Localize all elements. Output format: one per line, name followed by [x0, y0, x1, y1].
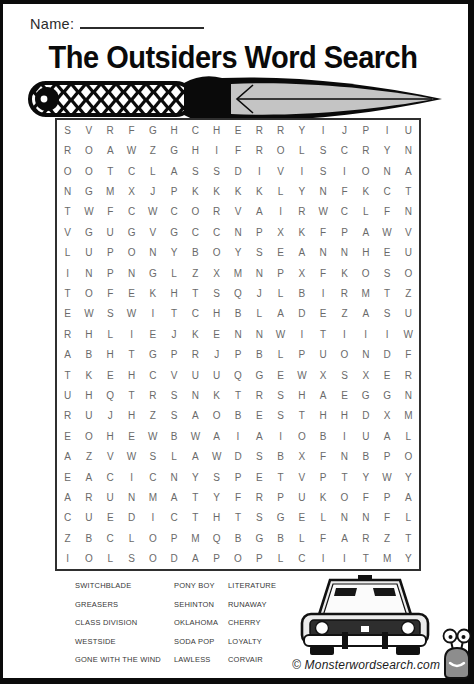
grid-cell[interactable]: B [185, 242, 206, 262]
grid-cell[interactable]: Y [227, 242, 248, 262]
grid-cell[interactable]: T [313, 324, 334, 344]
grid-cell[interactable]: O [57, 161, 78, 181]
grid-cell[interactable]: F [313, 263, 334, 283]
grid-cell[interactable]: Q [227, 365, 248, 385]
grid-cell[interactable]: D [227, 161, 248, 181]
grid-cell[interactable]: N [355, 508, 376, 528]
grid-cell[interactable]: T [398, 181, 419, 201]
grid-cell[interactable]: N [121, 263, 142, 283]
grid-cell[interactable]: U [291, 487, 312, 507]
grid-cell[interactable]: I [355, 324, 376, 344]
grid-cell[interactable]: B [227, 406, 248, 426]
grid-cell[interactable]: C [163, 508, 184, 528]
grid-cell[interactable]: H [206, 120, 227, 140]
grid-cell[interactable]: G [78, 222, 99, 242]
grid-cell[interactable]: C [185, 120, 206, 140]
grid-cell[interactable]: B [227, 304, 248, 324]
grid-cell[interactable]: C [376, 181, 397, 201]
grid-cell[interactable]: H [163, 283, 184, 303]
grid-cell[interactable]: R [57, 140, 78, 160]
grid-cell[interactable]: R [355, 528, 376, 548]
grid-cell[interactable]: C [334, 140, 355, 160]
grid-cell[interactable]: Y [291, 181, 312, 201]
grid-cell[interactable]: O [291, 426, 312, 446]
grid-cell[interactable]: O [355, 263, 376, 283]
grid-cell[interactable]: O [206, 242, 227, 262]
grid-cell[interactable]: P [376, 487, 397, 507]
grid-cell[interactable]: W [270, 324, 291, 344]
grid-cell[interactable]: S [249, 447, 270, 467]
grid-cell[interactable]: G [78, 181, 99, 201]
grid-cell[interactable]: B [270, 447, 291, 467]
grid-cell[interactable]: P [270, 263, 291, 283]
grid-cell[interactable]: G [270, 508, 291, 528]
grid-cell[interactable]: U [100, 487, 121, 507]
grid-cell[interactable]: V [270, 161, 291, 181]
grid-cell[interactable]: F [376, 202, 397, 222]
grid-cell[interactable]: E [249, 467, 270, 487]
grid-cell[interactable]: W [376, 222, 397, 242]
grid-cell[interactable]: D [227, 447, 248, 467]
grid-cell[interactable]: T [121, 344, 142, 364]
grid-cell[interactable]: F [334, 181, 355, 201]
grid-cell[interactable]: J [334, 120, 355, 140]
grid-cell[interactable]: K [185, 324, 206, 344]
grid-cell[interactable]: L [270, 344, 291, 364]
grid-cell[interactable]: R [57, 406, 78, 426]
grid-cell[interactable]: L [163, 263, 184, 283]
grid-cell[interactable]: H [206, 508, 227, 528]
grid-cell[interactable]: O [334, 344, 355, 364]
grid-cell[interactable]: J [100, 406, 121, 426]
grid-cell[interactable]: I [270, 426, 291, 446]
grid-cell[interactable]: E [206, 324, 227, 344]
grid-cell[interactable]: F [227, 487, 248, 507]
grid-cell[interactable]: Q [227, 283, 248, 303]
grid-cell[interactable]: K [355, 181, 376, 201]
grid-cell[interactable]: B [163, 426, 184, 446]
grid-cell[interactable]: F [227, 140, 248, 160]
grid-cell[interactable]: N [227, 324, 248, 344]
grid-cell[interactable]: N [355, 344, 376, 364]
grid-cell[interactable]: N [313, 181, 334, 201]
grid-cell[interactable]: B [313, 426, 334, 446]
grid-cell[interactable]: U [78, 242, 99, 262]
grid-cell[interactable]: E [57, 304, 78, 324]
grid-cell[interactable]: F [313, 447, 334, 467]
grid-cell[interactable]: U [78, 508, 99, 528]
grid-cell[interactable]: D [376, 344, 397, 364]
grid-cell[interactable]: R [206, 202, 227, 222]
grid-cell[interactable]: W [185, 426, 206, 446]
grid-cell[interactable]: X [376, 406, 397, 426]
grid-cell[interactable]: S [206, 161, 227, 181]
grid-cell[interactable]: H [100, 344, 121, 364]
grid-cell[interactable]: T [185, 508, 206, 528]
grid-cell[interactable]: Z [142, 140, 163, 160]
grid-cell[interactable]: R [249, 120, 270, 140]
grid-cell[interactable]: E [249, 406, 270, 426]
grid-cell[interactable]: T [57, 365, 78, 385]
grid-cell[interactable]: Q [100, 385, 121, 405]
grid-cell[interactable]: H [185, 140, 206, 160]
grid-cell[interactable]: G [249, 528, 270, 548]
grid-cell[interactable]: S [206, 467, 227, 487]
grid-cell[interactable]: I [334, 324, 355, 344]
grid-cell[interactable]: L [142, 161, 163, 181]
grid-cell[interactable]: S [57, 120, 78, 140]
grid-cell[interactable]: W [313, 202, 334, 222]
grid-cell[interactable]: Z [142, 406, 163, 426]
grid-cell[interactable]: C [185, 304, 206, 324]
grid-cell[interactable]: X [313, 365, 334, 385]
grid-cell[interactable]: C [142, 467, 163, 487]
grid-cell[interactable]: T [334, 467, 355, 487]
grid-cell[interactable]: A [398, 161, 419, 181]
grid-cell[interactable]: K [313, 487, 334, 507]
grid-cell[interactable]: I [291, 324, 312, 344]
grid-cell[interactable]: A [57, 344, 78, 364]
grid-cell[interactable]: S [334, 365, 355, 385]
grid-cell[interactable]: O [227, 549, 248, 569]
grid-cell[interactable]: Z [398, 283, 419, 303]
grid-cell[interactable]: E [227, 120, 248, 140]
grid-cell[interactable]: O [398, 447, 419, 467]
grid-cell[interactable]: X [291, 263, 312, 283]
grid-cell[interactable]: R [398, 365, 419, 385]
grid-cell[interactable]: B [270, 528, 291, 548]
grid-cell[interactable]: B [78, 344, 99, 364]
grid-cell[interactable]: H [291, 385, 312, 405]
grid-cell[interactable]: A [398, 487, 419, 507]
grid-cell[interactable]: U [206, 365, 227, 385]
grid-cell[interactable]: J [142, 181, 163, 201]
grid-cell[interactable]: I [313, 120, 334, 140]
grid-cell[interactable]: F [100, 202, 121, 222]
grid-cell[interactable]: P [249, 549, 270, 569]
grid-cell[interactable]: H [355, 242, 376, 262]
grid-cell[interactable]: C [334, 202, 355, 222]
grid-cell[interactable]: P [163, 528, 184, 548]
grid-cell[interactable]: L [270, 181, 291, 201]
grid-cell[interactable]: A [206, 426, 227, 446]
grid-cell[interactable]: W [78, 304, 99, 324]
grid-cell[interactable]: L [121, 528, 142, 548]
grid-cell[interactable]: X [355, 365, 376, 385]
grid-cell[interactable]: K [142, 283, 163, 303]
grid-cell[interactable]: I [142, 304, 163, 324]
grid-cell[interactable]: O [78, 549, 99, 569]
grid-cell[interactable]: U [398, 120, 419, 140]
name-field[interactable] [80, 14, 204, 29]
grid-cell[interactable]: P [249, 222, 270, 242]
grid-cell[interactable]: L [100, 324, 121, 344]
grid-cell[interactable]: G [142, 120, 163, 140]
grid-cell[interactable]: P [270, 487, 291, 507]
grid-cell[interactable]: T [163, 304, 184, 324]
grid-cell[interactable]: O [334, 487, 355, 507]
grid-cell[interactable]: U [398, 242, 419, 262]
grid-cell[interactable]: W [206, 447, 227, 467]
grid-cell[interactable]: O [355, 161, 376, 181]
grid-cell[interactable]: C [163, 202, 184, 222]
grid-cell[interactable]: L [398, 508, 419, 528]
grid-cell[interactable]: C [206, 222, 227, 242]
grid-cell[interactable]: E [313, 304, 334, 324]
grid-cell[interactable]: O [78, 140, 99, 160]
grid-cell[interactable]: G [121, 222, 142, 242]
grid-cell[interactable]: O [206, 406, 227, 426]
grid-cell[interactable]: R [249, 140, 270, 160]
grid-cell[interactable]: R [57, 324, 78, 344]
grid-cell[interactable]: M [355, 283, 376, 303]
grid-cell[interactable]: C [57, 508, 78, 528]
grid-cell[interactable]: O [185, 202, 206, 222]
grid-cell[interactable]: U [313, 344, 334, 364]
grid-cell[interactable]: W [121, 140, 142, 160]
grid-cell[interactable]: S [100, 304, 121, 324]
grid-cell[interactable]: K [206, 181, 227, 201]
grid-cell[interactable]: O [142, 528, 163, 548]
grid-cell[interactable]: D [163, 549, 184, 569]
grid-cell[interactable]: W [376, 467, 397, 487]
grid-cell[interactable]: C [185, 222, 206, 242]
grid-cell[interactable]: O [398, 263, 419, 283]
grid-cell[interactable]: A [270, 304, 291, 324]
grid-cell[interactable]: S [249, 508, 270, 528]
grid-cell[interactable]: N [227, 222, 248, 242]
grid-cell[interactable]: Q [206, 528, 227, 548]
grid-cell[interactable]: N [121, 487, 142, 507]
grid-cell[interactable]: H [121, 406, 142, 426]
grid-cell[interactable]: S [142, 447, 163, 467]
grid-cell[interactable]: M [376, 549, 397, 569]
grid-cell[interactable]: K [291, 222, 312, 242]
grid-cell[interactable]: H [78, 385, 99, 405]
grid-cell[interactable]: N [163, 467, 184, 487]
grid-cell[interactable]: P [291, 344, 312, 364]
grid-cell[interactable]: E [121, 283, 142, 303]
grid-cell[interactable]: H [121, 365, 142, 385]
grid-cell[interactable]: F [355, 487, 376, 507]
grid-cell[interactable]: S [185, 161, 206, 181]
grid-cell[interactable]: Z [376, 528, 397, 548]
grid-cell[interactable]: P [227, 467, 248, 487]
grid-cell[interactable]: P [376, 447, 397, 467]
grid-cell[interactable]: E [142, 324, 163, 344]
grid-cell[interactable]: A [249, 426, 270, 446]
grid-cell[interactable]: N [313, 242, 334, 262]
grid-cell[interactable]: E [270, 242, 291, 262]
grid-cell[interactable]: O [78, 426, 99, 446]
grid-cell[interactable]: E [334, 385, 355, 405]
grid-cell[interactable]: L [100, 549, 121, 569]
grid-cell[interactable]: K [249, 181, 270, 201]
grid-cell[interactable]: A [313, 385, 334, 405]
grid-cell[interactable]: V [78, 120, 99, 140]
grid-cell[interactable]: N [398, 385, 419, 405]
grid-cell[interactable]: A [249, 202, 270, 222]
grid-cell[interactable]: S [163, 385, 184, 405]
grid-cell[interactable]: S [376, 263, 397, 283]
grid-cell[interactable]: H [100, 426, 121, 446]
grid-cell[interactable]: L [270, 283, 291, 303]
grid-cell[interactable]: N [334, 242, 355, 262]
grid-cell[interactable]: W [398, 324, 419, 344]
grid-cell[interactable]: C [291, 549, 312, 569]
grid-cell[interactable]: Z [78, 447, 99, 467]
grid-cell[interactable]: W [121, 304, 142, 324]
grid-cell[interactable]: E [57, 426, 78, 446]
grid-cell[interactable]: F [121, 120, 142, 140]
grid-cell[interactable]: S [121, 549, 142, 569]
grid-cell[interactable]: H [78, 324, 99, 344]
grid-cell[interactable]: A [185, 549, 206, 569]
grid-cell[interactable]: S [270, 406, 291, 426]
grid-cell[interactable]: L [313, 508, 334, 528]
grid-cell[interactable]: T [376, 283, 397, 303]
grid-cell[interactable]: T [398, 528, 419, 548]
grid-cell[interactable]: E [270, 365, 291, 385]
grid-cell[interactable]: R [142, 385, 163, 405]
grid-cell[interactable]: O [142, 549, 163, 569]
grid-cell[interactable]: A [185, 447, 206, 467]
grid-cell[interactable]: E [121, 426, 142, 446]
grid-cell[interactable]: F [100, 283, 121, 303]
grid-cell[interactable]: B [249, 344, 270, 364]
grid-cell[interactable]: C [121, 161, 142, 181]
grid-cell[interactable]: U [398, 304, 419, 324]
grid-cell[interactable]: U [100, 222, 121, 242]
grid-cell[interactable]: B [227, 528, 248, 548]
grid-cell[interactable]: N [142, 242, 163, 262]
grid-cell[interactable]: A [163, 487, 184, 507]
grid-cell[interactable]: K [227, 181, 248, 201]
grid-cell[interactable]: N [376, 161, 397, 181]
grid-cell[interactable]: Y [355, 467, 376, 487]
grid-cell[interactable]: A [78, 467, 99, 487]
grid-cell[interactable]: I [142, 508, 163, 528]
grid-cell[interactable]: I [121, 467, 142, 487]
grid-cell[interactable]: R [249, 487, 270, 507]
grid-cell[interactable]: Y [163, 242, 184, 262]
grid-cell[interactable]: I [376, 324, 397, 344]
grid-cell[interactable]: A [100, 140, 121, 160]
grid-cell[interactable]: T [185, 487, 206, 507]
grid-cell[interactable]: N [398, 202, 419, 222]
grid-cell[interactable]: I [334, 161, 355, 181]
grid-cell[interactable]: T [227, 508, 248, 528]
grid-cell[interactable]: A [57, 487, 78, 507]
grid-cell[interactable]: I [270, 202, 291, 222]
grid-cell[interactable]: Z [185, 263, 206, 283]
grid-cell[interactable]: S [376, 304, 397, 324]
grid-cell[interactable]: V [227, 202, 248, 222]
grid-cell[interactable]: G [355, 385, 376, 405]
grid-cell[interactable]: T [355, 549, 376, 569]
grid-cell[interactable]: J [249, 283, 270, 303]
grid-cell[interactable]: R [185, 344, 206, 364]
grid-cell[interactable]: W [142, 202, 163, 222]
grid-cell[interactable]: I [291, 161, 312, 181]
grid-cell[interactable]: N [249, 324, 270, 344]
grid-cell[interactable]: S [249, 242, 270, 262]
grid-cell[interactable]: O [78, 283, 99, 303]
grid-cell[interactable]: A [355, 222, 376, 242]
grid-cell[interactable]: P [163, 344, 184, 364]
grid-cell[interactable]: Y [398, 467, 419, 487]
grid-cell[interactable]: G [163, 140, 184, 160]
grid-cell[interactable]: P [334, 222, 355, 242]
grid-cell[interactable]: K [334, 263, 355, 283]
grid-cell[interactable]: R [100, 120, 121, 140]
grid-cell[interactable]: O [78, 161, 99, 181]
grid-cell[interactable]: J [163, 324, 184, 344]
grid-cell[interactable]: L [163, 447, 184, 467]
grid-cell[interactable]: G [142, 344, 163, 364]
grid-cell[interactable]: H [206, 304, 227, 324]
grid-cell[interactable]: H [163, 120, 184, 140]
grid-cell[interactable]: V [57, 222, 78, 242]
grid-cell[interactable]: R [291, 202, 312, 222]
grid-cell[interactable]: O [121, 242, 142, 262]
grid-cell[interactable]: S [163, 406, 184, 426]
grid-cell[interactable]: F [398, 344, 419, 364]
grid-cell[interactable]: L [270, 549, 291, 569]
grid-cell[interactable]: E [376, 365, 397, 385]
grid-cell[interactable]: G [142, 263, 163, 283]
grid-cell[interactable]: I [334, 426, 355, 446]
grid-cell[interactable]: M [142, 487, 163, 507]
grid-cell[interactable]: W [142, 426, 163, 446]
grid-cell[interactable]: A [57, 447, 78, 467]
grid-cell[interactable]: T [185, 283, 206, 303]
grid-cell[interactable]: P [163, 181, 184, 201]
grid-cell[interactable]: C [100, 467, 121, 487]
grid-cell[interactable]: V [398, 222, 419, 242]
grid-cell[interactable]: S [270, 385, 291, 405]
grid-cell[interactable]: O [270, 140, 291, 160]
grid-cell[interactable]: L [398, 426, 419, 446]
grid-cell[interactable]: N [185, 385, 206, 405]
grid-cell[interactable]: H [313, 406, 334, 426]
grid-cell[interactable]: V [291, 467, 312, 487]
grid-cell[interactable]: F [313, 528, 334, 548]
grid-cell[interactable]: F [313, 222, 334, 242]
grid-cell[interactable]: Z [57, 528, 78, 548]
grid-cell[interactable]: L [291, 528, 312, 548]
grid-cell[interactable]: N [78, 263, 99, 283]
grid-cell[interactable]: Y [206, 487, 227, 507]
grid-cell[interactable]: L [355, 202, 376, 222]
grid-cell[interactable]: A [334, 528, 355, 548]
grid-cell[interactable]: S [313, 140, 334, 160]
grid-cell[interactable]: X [121, 181, 142, 201]
grid-cell[interactable]: U [185, 365, 206, 385]
grid-cell[interactable]: P [313, 467, 334, 487]
grid-cell[interactable]: V [100, 447, 121, 467]
grid-cell[interactable]: A [291, 242, 312, 262]
grid-cell[interactable]: S [206, 283, 227, 303]
grid-cell[interactable]: T [270, 467, 291, 487]
grid-cell[interactable]: F [376, 508, 397, 528]
grid-cell[interactable]: Y [185, 467, 206, 487]
grid-cell[interactable]: L [291, 140, 312, 160]
grid-cell[interactable]: K [78, 365, 99, 385]
grid-cell[interactable]: I [121, 324, 142, 344]
grid-cell[interactable]: D [121, 508, 142, 528]
grid-cell[interactable]: T [57, 283, 78, 303]
